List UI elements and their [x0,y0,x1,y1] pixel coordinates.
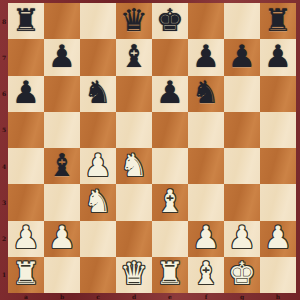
piece-black-knight[interactable]: ♞ [192,77,220,108]
piece-white-pawn[interactable]: ♟ [192,222,220,253]
square-e7[interactable] [152,39,188,75]
square-d8[interactable]: ♛ [116,3,152,39]
rank-label-8: 8 [0,3,8,39]
file-label-a: a [8,293,44,300]
rank-labels: 87654321 [0,3,8,293]
square-f2[interactable]: ♟ [188,221,224,257]
piece-black-pawn[interactable]: ♟ [48,41,76,72]
chess-board-frame: 87654321 abcdefgh ♜♛♚♜♟♝♟♟♟♟♞♟♞♝♟♞♞♝♟♟♟♟… [0,0,300,300]
square-a4[interactable] [8,148,44,184]
rank-label-5: 5 [0,112,8,148]
rank-label-4: 4 [0,148,8,184]
square-d5[interactable] [116,112,152,148]
file-label-h: h [260,293,296,300]
square-g5[interactable] [224,112,260,148]
square-c7[interactable] [80,39,116,75]
piece-white-bishop[interactable]: ♝ [156,186,184,217]
rank-label-2: 2 [0,221,8,257]
piece-white-pawn[interactable]: ♟ [48,222,76,253]
file-label-f: f [188,293,224,300]
piece-black-rook[interactable]: ♜ [12,5,40,36]
square-h1[interactable] [260,257,296,293]
square-c5[interactable] [80,112,116,148]
piece-black-pawn[interactable]: ♟ [264,41,292,72]
square-f5[interactable] [188,112,224,148]
piece-black-bishop[interactable]: ♝ [120,41,148,72]
square-c4[interactable]: ♟ [80,148,116,184]
piece-black-pawn[interactable]: ♟ [192,41,220,72]
piece-black-pawn[interactable]: ♟ [12,77,40,108]
square-d1[interactable]: ♛ [116,257,152,293]
rank-label-7: 7 [0,39,8,75]
piece-white-rook[interactable]: ♜ [156,258,184,289]
piece-white-king[interactable]: ♚ [228,258,256,289]
square-b4[interactable]: ♝ [44,148,80,184]
file-label-b: b [44,293,80,300]
square-f8[interactable] [188,3,224,39]
square-g8[interactable] [224,3,260,39]
square-a3[interactable] [8,184,44,220]
square-e4[interactable] [152,148,188,184]
piece-white-knight[interactable]: ♞ [120,150,148,181]
square-f4[interactable] [188,148,224,184]
chess-board: ♜♛♚♜♟♝♟♟♟♟♞♟♞♝♟♞♞♝♟♟♟♟♟♜♛♜♝♚ [8,3,296,293]
square-e5[interactable] [152,112,188,148]
piece-black-pawn[interactable]: ♟ [156,77,184,108]
square-c2[interactable] [80,221,116,257]
square-c8[interactable] [80,3,116,39]
square-b6[interactable] [44,76,80,112]
square-e6[interactable]: ♟ [152,76,188,112]
square-b2[interactable]: ♟ [44,221,80,257]
square-c1[interactable] [80,257,116,293]
square-g7[interactable]: ♟ [224,39,260,75]
piece-white-knight[interactable]: ♞ [84,186,112,217]
square-f1[interactable]: ♝ [188,257,224,293]
square-a8[interactable]: ♜ [8,3,44,39]
file-label-g: g [224,293,260,300]
square-d6[interactable] [116,76,152,112]
square-f7[interactable]: ♟ [188,39,224,75]
square-a6[interactable]: ♟ [8,76,44,112]
square-g1[interactable]: ♚ [224,257,260,293]
square-f3[interactable] [188,184,224,220]
piece-white-pawn[interactable]: ♟ [84,150,112,181]
piece-white-pawn[interactable]: ♟ [12,222,40,253]
square-a7[interactable] [8,39,44,75]
square-b7[interactable]: ♟ [44,39,80,75]
square-b1[interactable] [44,257,80,293]
square-h5[interactable] [260,112,296,148]
piece-white-bishop[interactable]: ♝ [192,258,220,289]
square-e1[interactable]: ♜ [152,257,188,293]
piece-white-pawn[interactable]: ♟ [264,222,292,253]
square-g6[interactable] [224,76,260,112]
file-labels: abcdefgh [8,293,296,300]
square-d4[interactable]: ♞ [116,148,152,184]
piece-white-queen[interactable]: ♛ [120,258,148,289]
square-c3[interactable]: ♞ [80,184,116,220]
square-a1[interactable]: ♜ [8,257,44,293]
file-label-c: c [80,293,116,300]
square-c6[interactable]: ♞ [80,76,116,112]
square-e3[interactable]: ♝ [152,184,188,220]
square-h6[interactable] [260,76,296,112]
piece-black-bishop[interactable]: ♝ [48,150,76,181]
square-e2[interactable] [152,221,188,257]
piece-black-king[interactable]: ♚ [156,5,184,36]
square-f6[interactable]: ♞ [188,76,224,112]
file-label-d: d [116,293,152,300]
file-label-e: e [152,293,188,300]
square-h8[interactable]: ♜ [260,3,296,39]
square-a2[interactable]: ♟ [8,221,44,257]
square-g3[interactable] [224,184,260,220]
rank-label-1: 1 [0,257,8,293]
square-b3[interactable] [44,184,80,220]
square-g2[interactable]: ♟ [224,221,260,257]
square-d2[interactable] [116,221,152,257]
square-d3[interactable] [116,184,152,220]
square-h2[interactable]: ♟ [260,221,296,257]
piece-black-knight[interactable]: ♞ [84,77,112,108]
rank-label-6: 6 [0,76,8,112]
square-b8[interactable] [44,3,80,39]
square-h4[interactable] [260,148,296,184]
piece-white-rook[interactable]: ♜ [12,258,40,289]
square-a5[interactable] [8,112,44,148]
square-h7[interactable]: ♟ [260,39,296,75]
square-b5[interactable] [44,112,80,148]
piece-black-pawn[interactable]: ♟ [228,41,256,72]
square-g4[interactable] [224,148,260,184]
piece-black-queen[interactable]: ♛ [120,5,148,36]
square-d7[interactable]: ♝ [116,39,152,75]
rank-label-3: 3 [0,184,8,220]
piece-black-rook[interactable]: ♜ [264,5,292,36]
square-e8[interactable]: ♚ [152,3,188,39]
square-h3[interactable] [260,184,296,220]
piece-white-pawn[interactable]: ♟ [228,222,256,253]
